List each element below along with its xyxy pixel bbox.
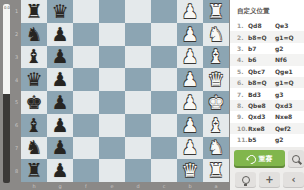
move-row: 7.Bd3g3 <box>230 88 304 99</box>
black-move[interactable]: g2 <box>275 45 283 52</box>
square-f5[interactable] <box>73 91 99 114</box>
square-a2[interactable]: ♞ <box>203 23 229 46</box>
square-g3[interactable]: ♟ <box>47 46 73 69</box>
square-c2[interactable] <box>151 23 177 46</box>
move-row: 6.b8=Qg1=Q <box>230 77 304 88</box>
piece-white-pawn: ♟ <box>181 116 198 135</box>
square-g8[interactable]: ♟ <box>47 159 73 182</box>
move-row: 3.b7g2 <box>230 43 304 54</box>
square-a3[interactable]: ♝ <box>203 46 229 69</box>
plus-icon: + <box>265 175 273 185</box>
move-number: 9. <box>237 113 248 120</box>
square-b1[interactable]: ♟ <box>177 0 203 23</box>
piece-black-pawn: ♟ <box>51 70 68 89</box>
square-b8[interactable]: ♛ <box>177 159 203 182</box>
square-e2[interactable] <box>99 23 125 46</box>
piece-black-pawn: ♟ <box>51 47 68 66</box>
square-f6[interactable] <box>73 114 99 137</box>
white-move[interactable]: b5 <box>248 136 275 143</box>
square-h6[interactable]: ♝ <box>21 114 47 137</box>
square-f4[interactable] <box>73 68 99 91</box>
panel-title: 自定义位置 <box>230 0 304 16</box>
square-b2[interactable]: ♟ <box>177 23 203 46</box>
move-row: 8.Qbe8Qxd3 <box>230 100 304 111</box>
square-d7[interactable] <box>125 137 151 160</box>
square-g2[interactable]: ♟ <box>47 23 73 46</box>
piece-black-queen: ♛ <box>51 2 68 21</box>
square-c7[interactable] <box>151 137 177 160</box>
magnifier-icon <box>292 155 300 163</box>
white-move[interactable]: b6 <box>248 56 275 63</box>
chevron-left-icon: ‹ <box>291 175 295 185</box>
square-e3[interactable] <box>99 46 125 69</box>
move-row: 2.b8=Qg1=Q <box>230 31 304 42</box>
square-b6[interactable]: ♟ <box>177 114 203 137</box>
move-number: 2. <box>237 34 248 41</box>
black-move[interactable]: g1=Q <box>275 79 294 86</box>
piece-black-bishop: ♝ <box>25 116 42 135</box>
square-c8[interactable] <box>151 159 177 182</box>
rank-label-1: 1 <box>12 0 21 23</box>
white-move[interactable]: b8=Q <box>248 79 275 86</box>
file-label-d: d <box>125 181 151 190</box>
square-c3[interactable] <box>151 46 177 69</box>
square-f1[interactable] <box>73 0 99 23</box>
square-e5[interactable] <box>99 91 125 114</box>
black-move[interactable]: g1=Q <box>275 34 294 41</box>
hint-button[interactable] <box>235 172 256 188</box>
move-row: 4.b6Nf6 <box>230 54 304 65</box>
move-number: 6. <box>237 79 248 86</box>
square-a1[interactable]: ♜ <box>203 0 229 23</box>
white-move[interactable]: b7 <box>248 45 275 52</box>
rank-label-6: 6 <box>12 114 21 137</box>
square-b7[interactable]: ♟ <box>177 137 203 160</box>
piece-black-knight: ♞ <box>25 138 42 157</box>
square-a6[interactable]: ♝ <box>203 114 229 137</box>
square-e6[interactable] <box>99 114 125 137</box>
square-d4[interactable] <box>125 68 151 91</box>
move-number: 7. <box>237 91 248 98</box>
piece-white-bishop: ♝ <box>207 116 224 135</box>
move-row: 11.b5g2 <box>230 134 304 145</box>
piece-white-pawn: ♟ <box>181 47 198 66</box>
square-h5[interactable]: ♚ <box>21 91 47 114</box>
square-e4[interactable] <box>99 68 125 91</box>
piece-black-bishop: ♝ <box>25 47 42 66</box>
white-move[interactable]: Bd3 <box>248 91 275 98</box>
controls-row-secondary: + ‹ <box>232 172 304 188</box>
move-number: 11. <box>237 136 248 143</box>
piece-white-rook: ♜ <box>207 161 224 180</box>
move-number: 5. <box>237 68 248 75</box>
piece-white-pawn: ♟ <box>181 138 198 157</box>
move-list: 1.Qd8Qe32.b8=Qg1=Q3.b7g24.b6Nf65.Qbc7Qge… <box>230 20 304 145</box>
refresh-icon <box>245 153 258 166</box>
white-move[interactable]: Qbc7 <box>248 68 275 75</box>
white-move[interactable]: Rxe8 <box>248 125 275 132</box>
piece-black-rook: ♜ <box>25 161 42 180</box>
file-label-h: h <box>21 181 47 190</box>
piece-white-pawn: ♟ <box>181 93 198 112</box>
black-move[interactable]: g2 <box>275 136 283 143</box>
piece-black-knight: ♞ <box>25 25 42 44</box>
add-button[interactable]: + <box>259 172 280 188</box>
square-e8[interactable] <box>99 159 125 182</box>
evaluation-white-section: 0.0 <box>3 4 10 94</box>
square-b4[interactable]: ♟ <box>177 68 203 91</box>
evaluation-bar: 0.0 <box>3 4 10 183</box>
square-d2[interactable] <box>125 23 151 46</box>
move-panel: 自定义位置 1.Qd8Qe32.b8=Qg1=Q3.b7g24.b6Nf65.Q… <box>230 0 304 190</box>
white-move[interactable]: Qd8 <box>248 22 275 29</box>
square-c4[interactable] <box>151 68 177 91</box>
square-d6[interactable] <box>125 114 151 137</box>
move-row: 9.Qxd3Nxe8 <box>230 111 304 122</box>
square-a5[interactable]: ♚ <box>203 91 229 114</box>
square-c6[interactable] <box>151 114 177 137</box>
square-h7[interactable]: ♞ <box>21 137 47 160</box>
square-a8[interactable]: ♜ <box>203 159 229 182</box>
square-h8[interactable]: ♜ <box>21 159 47 182</box>
square-g4[interactable]: ♟ <box>47 68 73 91</box>
rank-label-5: 5 <box>12 91 21 114</box>
square-g5[interactable]: ♟ <box>47 91 73 114</box>
move-number: 4. <box>237 56 248 63</box>
piece-white-bishop: ♝ <box>207 47 224 66</box>
lightbulb-icon <box>242 176 250 184</box>
black-move[interactable]: Nf6 <box>275 56 287 63</box>
black-move[interactable]: Qge1 <box>275 68 293 75</box>
square-a7[interactable]: ♞ <box>203 137 229 160</box>
square-d8[interactable] <box>125 159 151 182</box>
move-number: 1. <box>237 22 248 29</box>
file-label-c: c <box>151 181 177 190</box>
square-f7[interactable] <box>73 137 99 160</box>
rank-label-2: 2 <box>12 23 21 46</box>
square-d5[interactable] <box>125 91 151 114</box>
black-move[interactable]: Nxe8 <box>275 113 292 120</box>
square-f3[interactable] <box>73 46 99 69</box>
square-d3[interactable] <box>125 46 151 69</box>
white-move[interactable]: b8=Q <box>248 34 275 41</box>
piece-black-pawn: ♟ <box>51 138 68 157</box>
piece-white-pawn: ♟ <box>181 70 198 89</box>
black-move[interactable]: Qef2 <box>275 125 291 132</box>
square-a4[interactable]: ♛ <box>203 68 229 91</box>
rank-label-3: 3 <box>12 46 21 69</box>
rank-label-4: 4 <box>12 68 21 91</box>
piece-black-king: ♚ <box>25 93 42 112</box>
piece-black-rook: ♜ <box>25 2 42 21</box>
file-label-g: g <box>47 181 73 190</box>
rematch-button[interactable]: 重赛 <box>234 150 285 168</box>
app-root: 0.0 12345678 ♜♛♟♜♞♟♟♞♝♟♟♝♛♟♟♛♚♟♟♚♝♟♟♝♞♟♟… <box>0 0 304 190</box>
black-move[interactable]: Qxd3 <box>275 102 292 109</box>
square-b5[interactable]: ♟ <box>177 91 203 114</box>
square-c1[interactable] <box>151 0 177 23</box>
file-label-b: b <box>177 181 203 190</box>
square-f2[interactable] <box>73 23 99 46</box>
square-h4[interactable]: ♛ <box>21 68 47 91</box>
evaluation-score: 0.0 <box>4 5 10 72</box>
move-number: 3. <box>237 45 248 52</box>
move-number: 10. <box>237 125 248 132</box>
square-e7[interactable] <box>99 137 125 160</box>
piece-white-king: ♚ <box>207 93 224 112</box>
rank-label-7: 7 <box>12 137 21 160</box>
piece-black-pawn: ♟ <box>51 116 68 135</box>
piece-white-knight: ♞ <box>207 138 224 157</box>
move-number: 8. <box>237 102 248 109</box>
piece-white-pawn: ♟ <box>181 2 198 21</box>
piece-black-pawn: ♟ <box>51 93 68 112</box>
square-g6[interactable]: ♟ <box>47 114 73 137</box>
piece-white-knight: ♞ <box>207 25 224 44</box>
piece-black-pawn: ♟ <box>51 161 68 180</box>
move-row: 10.Rxe8Qef2 <box>230 123 304 134</box>
chess-board: ♜♛♟♜♞♟♟♞♝♟♟♝♛♟♟♛♚♟♟♚♝♟♟♝♞♟♟♞♜♟♛♜ <box>21 0 229 182</box>
piece-white-pawn: ♟ <box>181 25 198 44</box>
piece-white-rook: ♜ <box>207 2 224 21</box>
move-row: 1.Qd8Qe3 <box>230 20 304 31</box>
square-c5[interactable] <box>151 91 177 114</box>
controls-row-primary: 重赛 <box>234 150 304 168</box>
controls-area: 重赛 + ‹ <box>230 147 304 190</box>
square-b3[interactable]: ♟ <box>177 46 203 69</box>
square-h2[interactable]: ♞ <box>21 23 47 46</box>
square-f8[interactable] <box>73 159 99 182</box>
black-move[interactable]: g3 <box>275 91 283 98</box>
piece-white-queen: ♛ <box>181 161 198 180</box>
square-d1[interactable] <box>125 0 151 23</box>
analysis-button[interactable] <box>288 150 304 168</box>
square-e1[interactable] <box>99 0 125 23</box>
rematch-label: 重赛 <box>259 154 273 164</box>
file-labels: hgfedcba <box>21 181 229 190</box>
rank-label-8: 8 <box>12 159 21 182</box>
piece-black-queen: ♛ <box>25 70 42 89</box>
black-move[interactable]: Qe3 <box>275 22 288 29</box>
file-label-e: e <box>99 181 125 190</box>
white-move[interactable]: Qbe8 <box>248 102 275 109</box>
square-g7[interactable]: ♟ <box>47 137 73 160</box>
square-h1[interactable]: ♜ <box>21 0 47 23</box>
piece-white-queen: ♛ <box>207 70 224 89</box>
move-row: 5.Qbc7Qge1 <box>230 66 304 77</box>
back-button[interactable]: ‹ <box>283 172 304 188</box>
file-label-f: f <box>73 181 99 190</box>
square-g1[interactable]: ♛ <box>47 0 73 23</box>
square-h3[interactable]: ♝ <box>21 46 47 69</box>
white-move[interactable]: Qxd3 <box>248 113 275 120</box>
rank-labels: 12345678 <box>12 0 21 182</box>
piece-black-pawn: ♟ <box>51 25 68 44</box>
file-label-a: a <box>203 181 229 190</box>
